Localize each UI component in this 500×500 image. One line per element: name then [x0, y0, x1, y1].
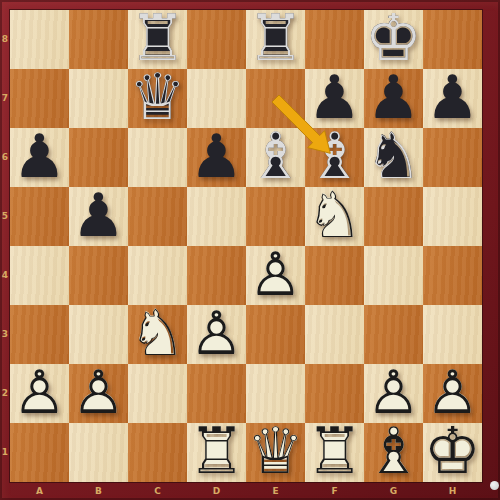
piece-glyph-fill: ♟ [423, 67, 482, 126]
square-e1[interactable]: ♛♕ [246, 423, 305, 482]
white-pawn[interactable]: ♟♙ [69, 364, 128, 423]
square-a7[interactable] [10, 69, 69, 128]
piece-glyph-outline: ♖ [305, 421, 364, 480]
square-b5[interactable]: ♟ [69, 187, 128, 246]
rank-label-6: 6 [0, 128, 10, 187]
piece-glyph-fill: ♟ [69, 185, 128, 244]
square-g8[interactable]: ♚♔ [364, 10, 423, 69]
square-h5[interactable] [423, 187, 482, 246]
piece-glyph-outline: ♙ [364, 362, 423, 421]
square-a3[interactable] [10, 305, 69, 364]
black-knight[interactable]: ♞♘ [364, 128, 423, 187]
file-label-a: A [10, 484, 69, 499]
piece-glyph-outline: ♙ [69, 362, 128, 421]
square-h8[interactable] [423, 10, 482, 69]
rank-label-4: 4 [0, 246, 10, 305]
piece-glyph-outline: ♖ [128, 8, 187, 67]
square-h3[interactable] [423, 305, 482, 364]
square-g6[interactable]: ♞♘ [364, 128, 423, 187]
square-b7[interactable] [69, 69, 128, 128]
piece-glyph-outline: ♖ [187, 421, 246, 480]
piece-glyph-outline: ♘ [305, 185, 364, 244]
square-d8[interactable] [187, 10, 246, 69]
white-knight[interactable]: ♞♘ [128, 305, 187, 364]
piece-glyph-outline: ♔ [364, 8, 423, 67]
piece-glyph-outline: ♙ [10, 362, 69, 421]
black-pawn[interactable]: ♟ [423, 69, 482, 128]
square-g5[interactable] [364, 187, 423, 246]
square-b3[interactable] [69, 305, 128, 364]
piece-glyph-outline: ♙ [187, 303, 246, 362]
square-h4[interactable] [423, 246, 482, 305]
white-rook[interactable]: ♜♖ [187, 423, 246, 482]
square-e6[interactable]: ♝♗ [246, 128, 305, 187]
white-queen[interactable]: ♛♕ [246, 423, 305, 482]
square-d6[interactable]: ♟ [187, 128, 246, 187]
square-c6[interactable] [128, 128, 187, 187]
square-a1[interactable] [10, 423, 69, 482]
square-c7[interactable]: ♛♕ [128, 69, 187, 128]
square-e4[interactable]: ♟♙ [246, 246, 305, 305]
white-pawn[interactable]: ♟♙ [246, 246, 305, 305]
corner-dot [490, 481, 499, 490]
piece-glyph-outline: ♘ [364, 126, 423, 185]
white-rook[interactable]: ♜♖ [305, 423, 364, 482]
square-f1[interactable]: ♜♖ [305, 423, 364, 482]
rank-label-7: 7 [0, 69, 10, 128]
file-label-d: D [187, 484, 246, 499]
white-knight[interactable]: ♞♘ [305, 187, 364, 246]
white-pawn[interactable]: ♟♙ [187, 305, 246, 364]
square-c5[interactable] [128, 187, 187, 246]
square-e8[interactable]: ♜♖ [246, 10, 305, 69]
square-d1[interactable]: ♜♖ [187, 423, 246, 482]
piece-glyph-fill: ♟ [305, 67, 364, 126]
file-label-f: F [305, 484, 364, 499]
square-a5[interactable] [10, 187, 69, 246]
square-g4[interactable] [364, 246, 423, 305]
square-b1[interactable] [69, 423, 128, 482]
file-label-b: B [69, 484, 128, 499]
square-d4[interactable] [187, 246, 246, 305]
square-a2[interactable]: ♟♙ [10, 364, 69, 423]
file-label-e: E [246, 484, 305, 499]
piece-glyph-outline: ♗ [364, 421, 423, 480]
square-b4[interactable] [69, 246, 128, 305]
black-pawn[interactable]: ♟ [187, 128, 246, 187]
square-c3[interactable]: ♞♘ [128, 305, 187, 364]
piece-glyph-outline: ♔ [423, 421, 482, 480]
square-h6[interactable] [423, 128, 482, 187]
square-g1[interactable]: ♝♗ [364, 423, 423, 482]
piece-glyph-fill: ♟ [10, 126, 69, 185]
rank-label-3: 3 [0, 305, 10, 364]
black-bishop[interactable]: ♝♗ [246, 128, 305, 187]
square-a8[interactable] [10, 10, 69, 69]
piece-glyph-outline: ♕ [128, 67, 187, 126]
square-f3[interactable] [305, 305, 364, 364]
square-b6[interactable] [69, 128, 128, 187]
piece-glyph-fill: ♟ [364, 67, 423, 126]
piece-glyph-outline: ♙ [423, 362, 482, 421]
black-pawn[interactable]: ♟ [10, 128, 69, 187]
piece-glyph-outline: ♗ [305, 126, 364, 185]
square-c2[interactable] [128, 364, 187, 423]
chessboard: ♜♖♜♖♚♔♛♕♟♟♟♟♟♝♗♝♗♞♘♟♞♘♟♙♞♘♟♙♟♙♟♙♟♙♟♙♜♖♛♕… [10, 10, 482, 482]
square-a4[interactable] [10, 246, 69, 305]
square-f8[interactable] [305, 10, 364, 69]
piece-glyph-outline: ♖ [246, 8, 305, 67]
square-e5[interactable] [246, 187, 305, 246]
square-f4[interactable] [305, 246, 364, 305]
rank-label-8: 8 [0, 10, 10, 69]
piece-glyph-outline: ♘ [128, 303, 187, 362]
black-queen[interactable]: ♛♕ [128, 69, 187, 128]
piece-glyph-outline: ♗ [246, 126, 305, 185]
square-a6[interactable]: ♟ [10, 128, 69, 187]
rank-label-2: 2 [0, 364, 10, 423]
rank-label-5: 5 [0, 187, 10, 246]
square-g3[interactable] [364, 305, 423, 364]
rank-label-1: 1 [0, 423, 10, 482]
square-c1[interactable] [128, 423, 187, 482]
square-h7[interactable]: ♟ [423, 69, 482, 128]
file-label-h: H [423, 484, 482, 499]
square-f5[interactable]: ♞♘ [305, 187, 364, 246]
square-b8[interactable] [69, 10, 128, 69]
white-bishop[interactable]: ♝♗ [364, 423, 423, 482]
square-e3[interactable] [246, 305, 305, 364]
piece-glyph-outline: ♕ [246, 421, 305, 480]
white-king[interactable]: ♚♔ [423, 423, 482, 482]
square-b2[interactable]: ♟♙ [69, 364, 128, 423]
file-label-c: C [128, 484, 187, 499]
file-label-g: G [364, 484, 423, 499]
square-d5[interactable] [187, 187, 246, 246]
black-pawn[interactable]: ♟ [69, 187, 128, 246]
piece-glyph-fill: ♟ [187, 126, 246, 185]
black-rook[interactable]: ♜♖ [246, 10, 305, 69]
square-d7[interactable] [187, 69, 246, 128]
square-h1[interactable]: ♚♔ [423, 423, 482, 482]
piece-glyph-outline: ♙ [246, 244, 305, 303]
black-king[interactable]: ♚♔ [364, 10, 423, 69]
square-d3[interactable]: ♟♙ [187, 305, 246, 364]
white-pawn[interactable]: ♟♙ [10, 364, 69, 423]
